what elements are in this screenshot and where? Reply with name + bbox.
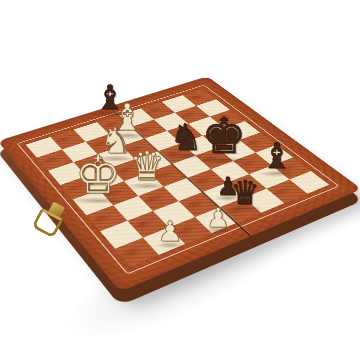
square-d1 bbox=[194, 207, 236, 233]
square-a3 bbox=[86, 205, 127, 231]
square-f2 bbox=[226, 174, 266, 197]
square-c4 bbox=[124, 172, 163, 195]
square-e1 bbox=[219, 198, 261, 223]
square-f1 bbox=[243, 188, 284, 213]
square-g2 bbox=[249, 166, 289, 189]
square-d2 bbox=[178, 192, 219, 217]
product-photo: ♝♝♞♞♚♝♚♛♟♛♟♟ bbox=[0, 0, 360, 360]
square-b3 bbox=[112, 196, 152, 221]
square-a1 bbox=[115, 238, 158, 267]
square-d4 bbox=[148, 164, 187, 187]
square-a6 bbox=[48, 162, 86, 184]
board-frame bbox=[0, 76, 360, 292]
square-a5 bbox=[60, 176, 99, 200]
square-c3 bbox=[138, 187, 178, 211]
square-e2 bbox=[203, 183, 243, 207]
brass-clasp bbox=[33, 203, 69, 237]
square-c2 bbox=[153, 201, 194, 227]
square-a2 bbox=[100, 221, 142, 248]
square-h1 bbox=[289, 171, 329, 194]
chess-board bbox=[0, 76, 360, 292]
square-b2 bbox=[127, 211, 169, 238]
square-c1 bbox=[169, 217, 212, 244]
square-b1 bbox=[142, 227, 185, 255]
square-f3 bbox=[210, 161, 249, 183]
square-e3 bbox=[187, 169, 226, 192]
scene bbox=[0, 0, 360, 360]
square-b5 bbox=[86, 167, 124, 190]
square-a4 bbox=[73, 190, 113, 215]
square-g1 bbox=[266, 179, 307, 203]
square-d3 bbox=[163, 178, 203, 202]
square-b4 bbox=[99, 181, 138, 205]
